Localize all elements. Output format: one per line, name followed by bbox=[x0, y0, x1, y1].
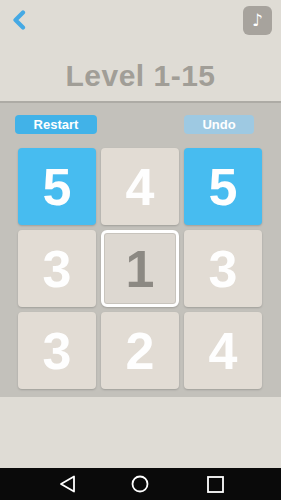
home-circle-icon bbox=[131, 475, 149, 493]
game-panel: Restart Undo 5 4 5 3 1 3 3 2 4 bbox=[0, 101, 281, 397]
recents-square-icon bbox=[207, 476, 224, 493]
nav-recents-button[interactable] bbox=[195, 468, 235, 500]
app-screen: ♪ Level 1-15 Restart Undo 5 4 5 3 1 3 3 … bbox=[0, 0, 281, 500]
chevron-left-icon bbox=[12, 10, 26, 30]
grid-cell-r2c2[interactable]: 4 bbox=[184, 312, 262, 389]
restart-button[interactable]: Restart bbox=[15, 115, 97, 134]
grid-cell-r1c2[interactable]: 3 bbox=[184, 230, 262, 307]
puzzle-grid: 5 4 5 3 1 3 3 2 4 bbox=[18, 148, 262, 389]
grid-cell-r1c1[interactable]: 1 bbox=[101, 230, 179, 307]
grid-cell-r0c1[interactable]: 4 bbox=[101, 148, 179, 225]
grid-cell-r0c0[interactable]: 5 bbox=[18, 148, 96, 225]
level-title: Level 1-15 bbox=[0, 59, 281, 93]
music-note-icon: ♪ bbox=[252, 10, 263, 30]
grid-cell-r1c0[interactable]: 3 bbox=[18, 230, 96, 307]
grid-cell-r0c2[interactable]: 5 bbox=[184, 148, 262, 225]
back-triangle-icon bbox=[58, 475, 77, 493]
grid-cell-r2c1[interactable]: 2 bbox=[101, 312, 179, 389]
sound-button[interactable]: ♪ bbox=[243, 6, 272, 35]
back-button[interactable] bbox=[10, 8, 28, 35]
grid-cell-r2c0[interactable]: 3 bbox=[18, 312, 96, 389]
undo-button[interactable]: Undo bbox=[184, 115, 254, 134]
android-nav-bar bbox=[0, 468, 281, 500]
nav-home-button[interactable] bbox=[120, 468, 160, 500]
nav-back-button[interactable] bbox=[47, 468, 87, 500]
